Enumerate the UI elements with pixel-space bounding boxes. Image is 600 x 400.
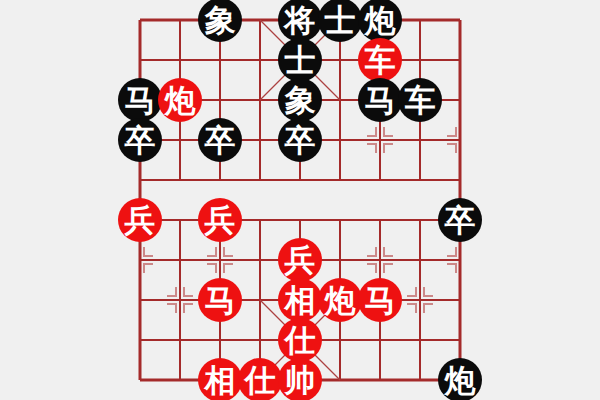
piece-red-elephant[interactable]: 相 xyxy=(198,358,242,400)
piece-black-advisor[interactable]: 士 xyxy=(318,0,362,42)
piece-black-horse[interactable]: 马 xyxy=(358,78,402,122)
piece-red-pawn[interactable]: 兵 xyxy=(278,238,322,282)
piece-black-pawn[interactable]: 卒 xyxy=(118,118,162,162)
piece-black-pawn[interactable]: 卒 xyxy=(278,118,322,162)
piece-black-cannon[interactable]: 炮 xyxy=(358,0,402,42)
piece-black-elephant[interactable]: 象 xyxy=(278,78,322,122)
piece-red-horse[interactable]: 马 xyxy=(198,278,242,322)
piece-black-horse[interactable]: 马 xyxy=(118,78,162,122)
piece-red-pawn[interactable]: 兵 xyxy=(198,198,242,242)
piece-red-advisor[interactable]: 仕 xyxy=(238,358,282,400)
piece-black-cannon[interactable]: 炮 xyxy=(438,358,482,400)
piece-red-pawn[interactable]: 兵 xyxy=(118,198,162,242)
piece-black-general[interactable]: 将 xyxy=(278,0,322,42)
piece-red-horse[interactable]: 马 xyxy=(358,278,402,322)
piece-red-chariot[interactable]: 车 xyxy=(358,38,402,82)
piece-red-advisor[interactable]: 仕 xyxy=(278,318,322,362)
piece-red-cannon[interactable]: 炮 xyxy=(158,78,202,122)
piece-black-pawn[interactable]: 卒 xyxy=(198,118,242,162)
piece-black-elephant[interactable]: 象 xyxy=(198,0,242,42)
piece-black-chariot[interactable]: 车 xyxy=(398,78,442,122)
xiangqi-board: 象将士炮士车马炮象马车卒卒卒兵兵卒兵马相炮马仕相仕帅炮 xyxy=(0,0,600,400)
piece-black-pawn[interactable]: 卒 xyxy=(438,198,482,242)
piece-grid: 象将士炮士车马炮象马车卒卒卒兵兵卒兵马相炮马仕相仕帅炮 xyxy=(120,0,480,400)
piece-red-general[interactable]: 帅 xyxy=(278,358,322,400)
piece-red-cannon[interactable]: 炮 xyxy=(318,278,362,322)
piece-red-elephant[interactable]: 相 xyxy=(278,278,322,322)
piece-black-advisor[interactable]: 士 xyxy=(278,38,322,82)
